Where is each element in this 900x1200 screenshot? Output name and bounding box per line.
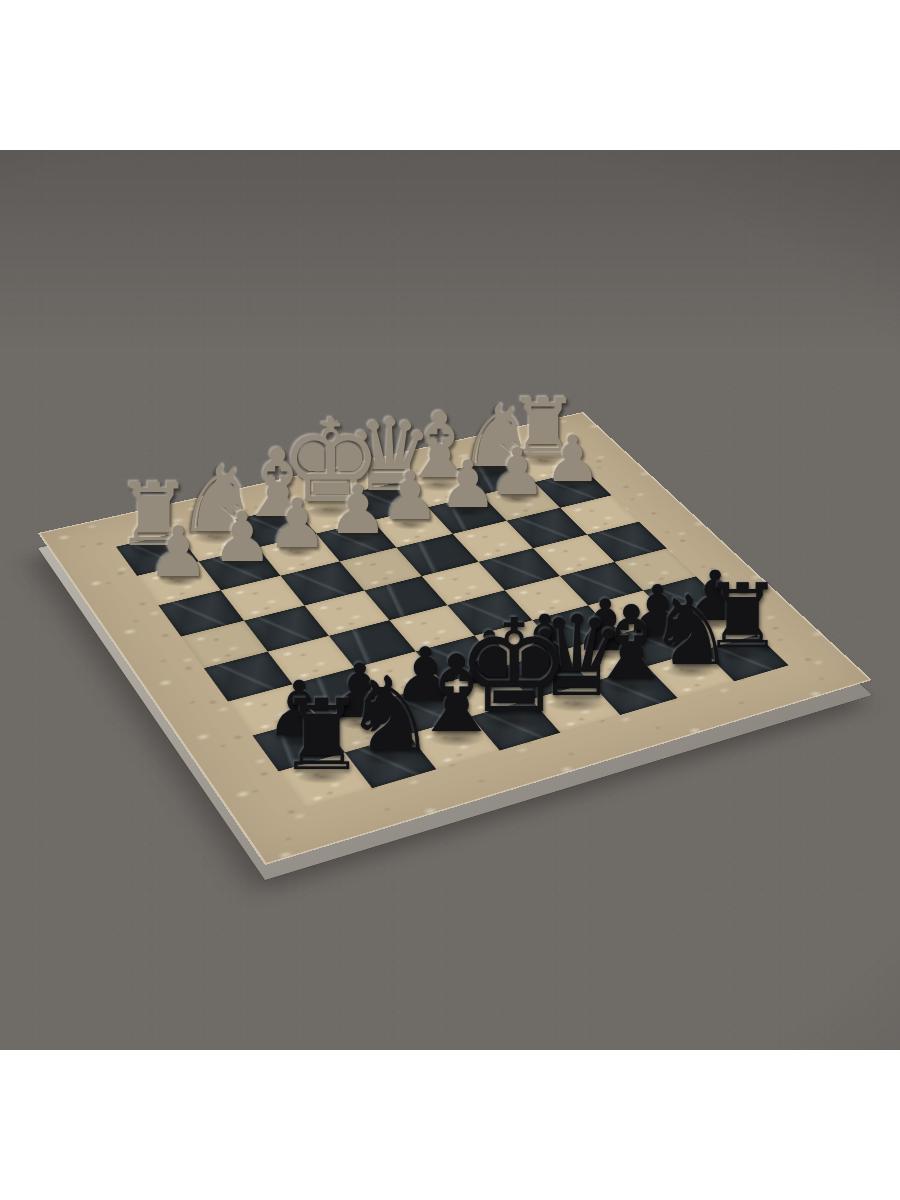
piece-black-rook[interactable]: ♜ [278,687,366,785]
page-background: ♜♞♝♚♛♝♞♜♟♟♟♟♟♟♟♟♟♟♟♟♟♟♟♟♜♞♝♚♛♝♞♜ [0,0,900,1200]
piece-white-pawn[interactable]: ♟ [147,517,209,587]
piece-white-pawn[interactable]: ♟ [380,464,439,530]
pieces-layer: ♜♞♝♚♛♝♞♜♟♟♟♟♟♟♟♟♟♟♟♟♟♟♟♟♜♞♝♚♛♝♞♜ [0,150,900,1050]
piece-white-pawn[interactable]: ♟ [328,477,388,544]
product-photo: ♜♞♝♚♛♝♞♜♟♟♟♟♟♟♟♟♟♟♟♟♟♟♟♟♜♞♝♚♛♝♞♜ [0,150,900,1050]
piece-white-pawn[interactable]: ♟ [488,440,546,504]
piece-white-pawn[interactable]: ♟ [544,428,601,492]
piece-white-pawn[interactable]: ♟ [211,503,273,572]
piece-white-pawn[interactable]: ♟ [439,452,497,517]
piece-white-pawn[interactable]: ♟ [267,490,328,558]
